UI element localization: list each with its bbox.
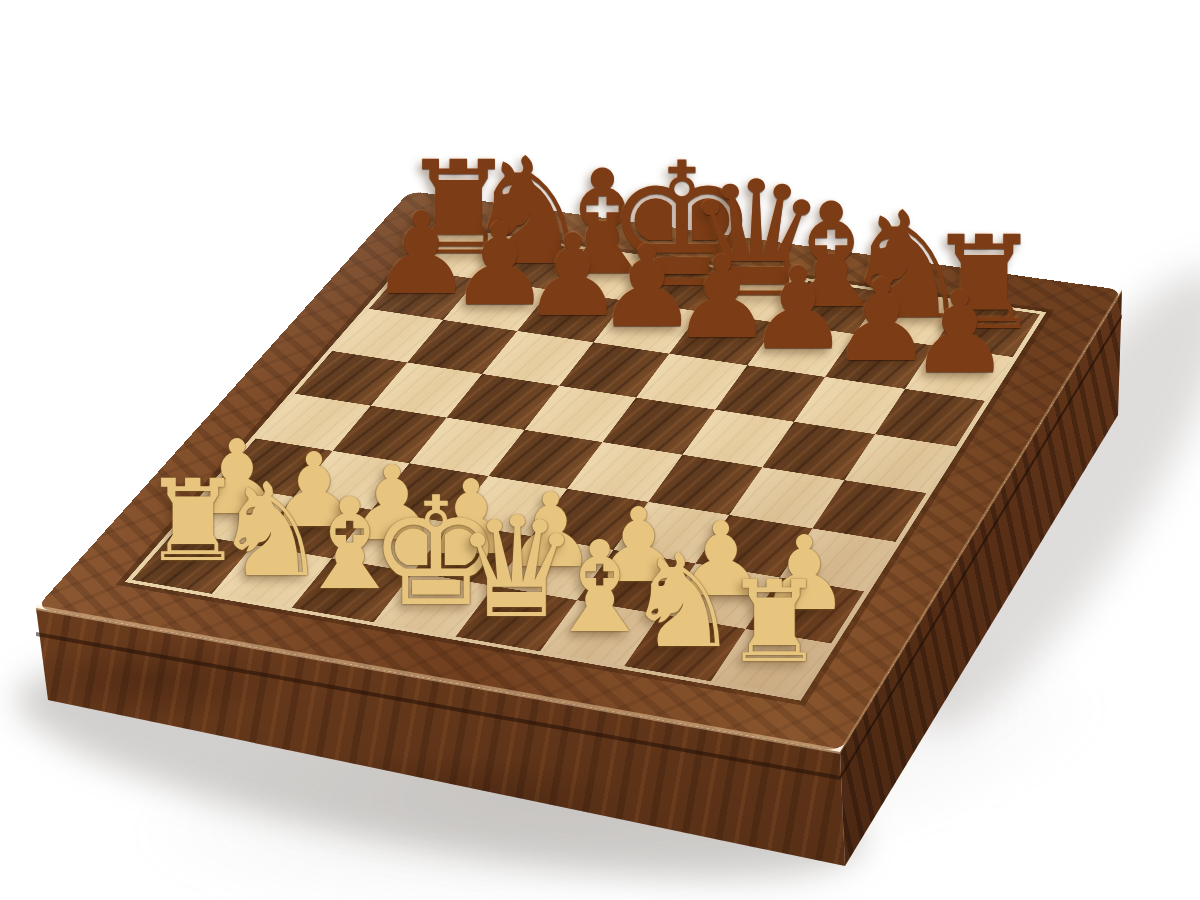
chess-board-top bbox=[36, 191, 1122, 752]
product-photo: Wooden drawer-style chess box (golden ro… bbox=[0, 0, 1200, 900]
board-squares bbox=[132, 229, 1040, 697]
